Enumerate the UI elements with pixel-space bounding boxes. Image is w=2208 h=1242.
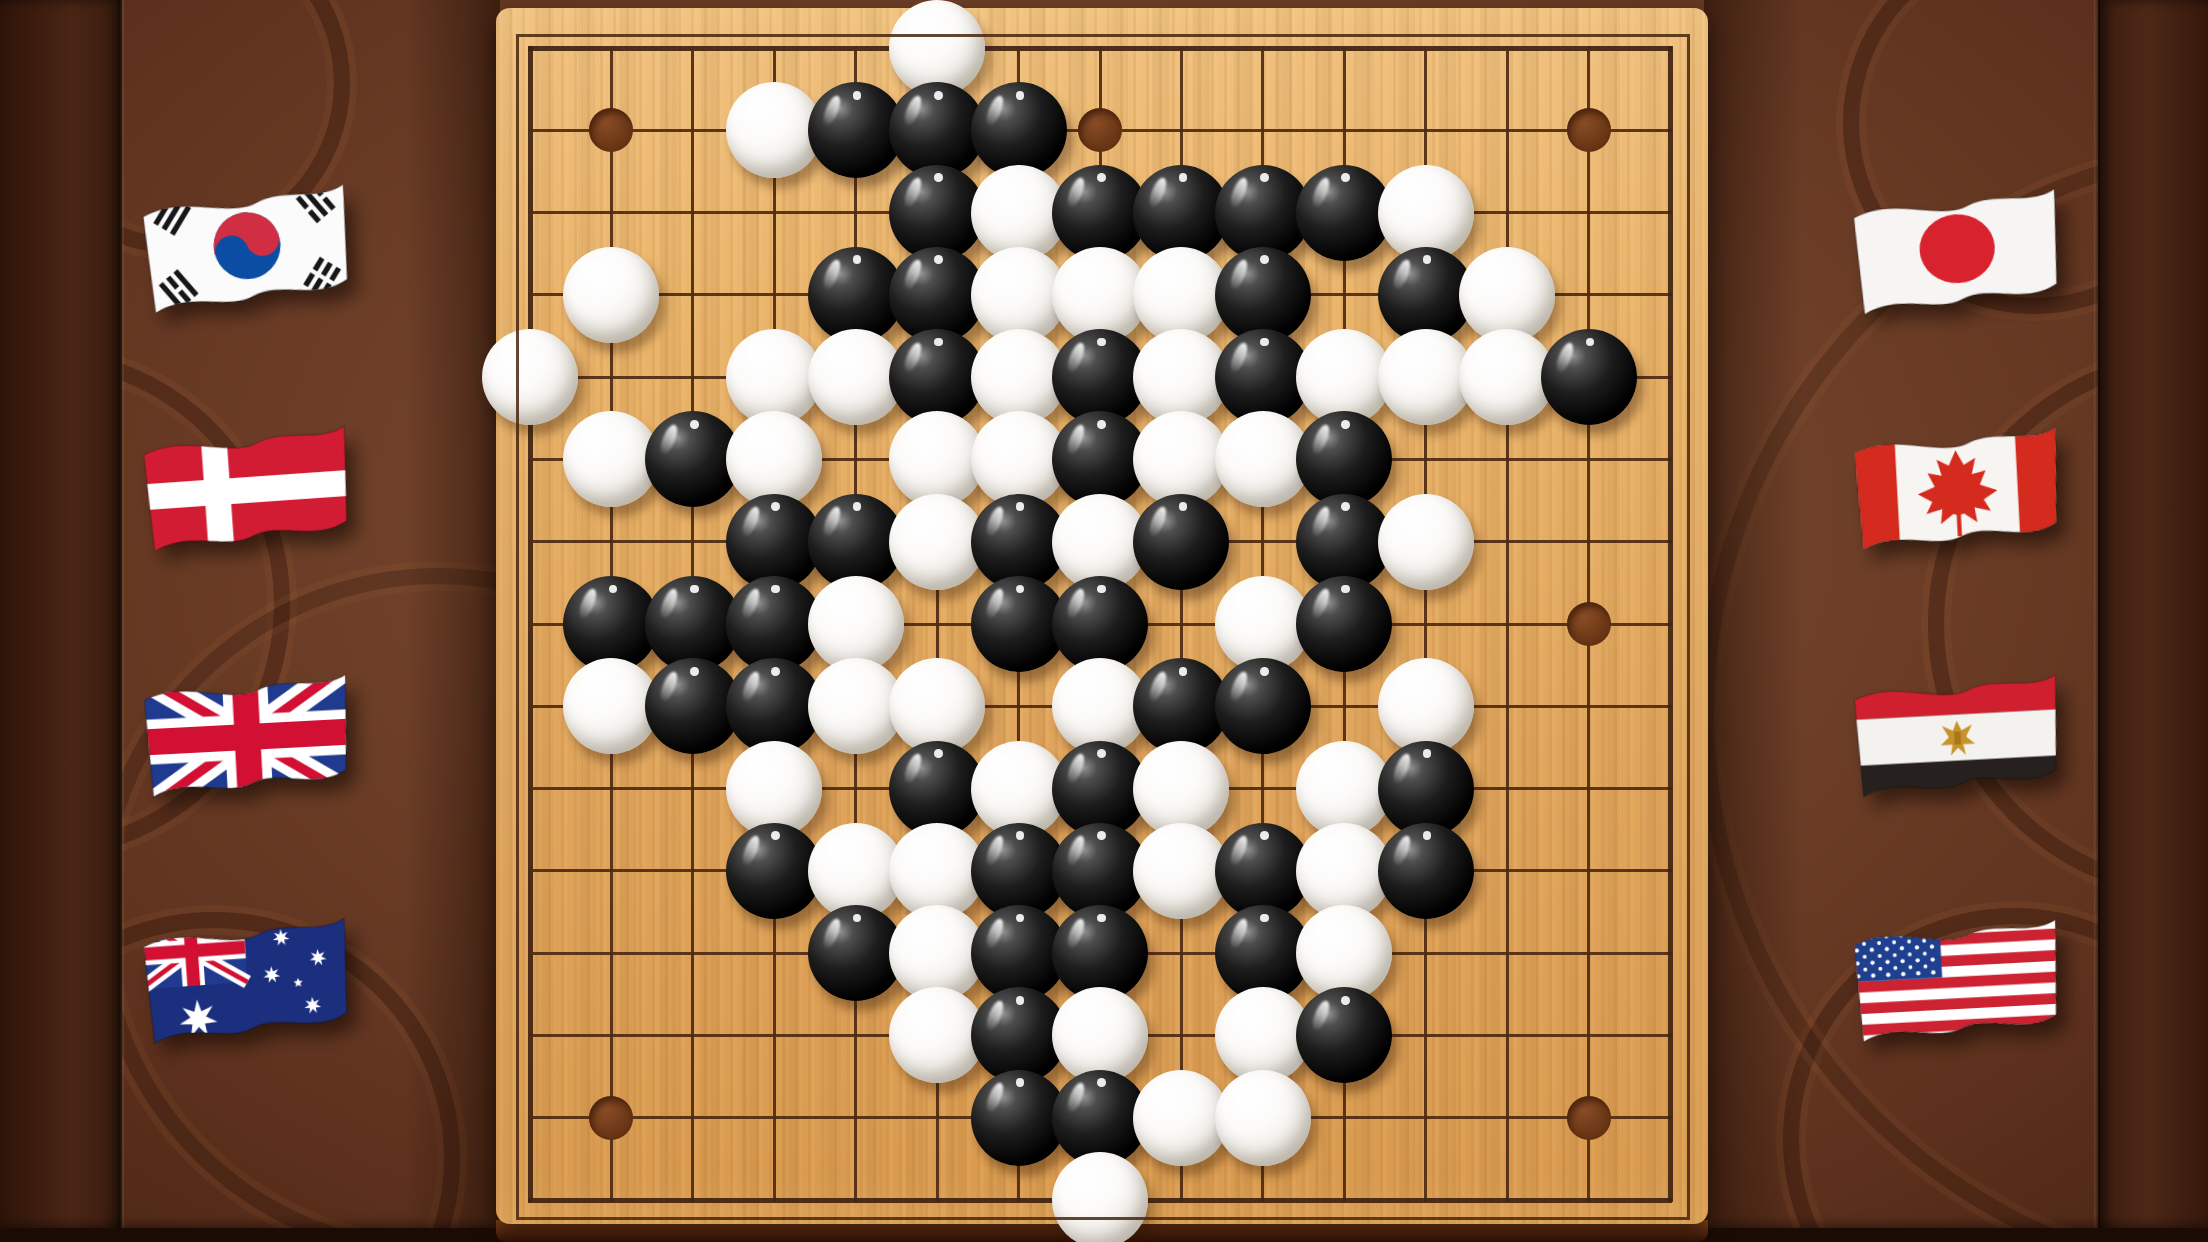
flag-canada[interactable] — [1846, 414, 2068, 565]
wood-plank-left — [0, 0, 122, 1242]
stone-black — [1215, 658, 1311, 754]
stone-white — [1378, 658, 1474, 754]
go-board[interactable] — [496, 8, 1708, 1224]
star-point — [589, 1096, 633, 1140]
star-point — [1567, 1096, 1611, 1140]
stone-white — [482, 329, 578, 425]
stone-white — [889, 658, 985, 754]
board-shadow-right — [1704, 0, 1804, 1242]
star-point — [1567, 108, 1611, 152]
stone-black — [1133, 494, 1229, 590]
wood-plank-right — [2098, 0, 2208, 1242]
stone-white — [1378, 494, 1474, 590]
stone-black — [1296, 576, 1392, 672]
flag-denmark[interactable] — [135, 413, 359, 568]
stone-white — [1215, 1070, 1311, 1166]
stone-white — [1052, 1152, 1148, 1242]
grid-line-vertical — [1668, 46, 1673, 1202]
stone-black — [1378, 823, 1474, 919]
star-point — [589, 108, 633, 152]
stone-black — [1541, 329, 1637, 425]
flag-south-korea[interactable] — [134, 171, 360, 329]
wood-seam — [2094, 0, 2100, 1242]
stone-white — [563, 247, 659, 343]
stone-black — [1296, 987, 1392, 1083]
star-point — [1567, 602, 1611, 646]
grid-line-vertical — [1506, 46, 1509, 1202]
stone-black — [971, 82, 1067, 178]
flag-egypt[interactable] — [1846, 661, 2068, 812]
wood-seam — [118, 0, 124, 1242]
flag-united-states[interactable] — [1846, 906, 2068, 1057]
flag-australia[interactable] — [135, 905, 359, 1060]
board-shadow-left — [404, 0, 500, 1242]
star-point — [1078, 108, 1122, 152]
flag-united-kingdom[interactable] — [136, 661, 358, 812]
flag-japan[interactable] — [1845, 176, 2069, 331]
game-scene — [0, 0, 2208, 1242]
